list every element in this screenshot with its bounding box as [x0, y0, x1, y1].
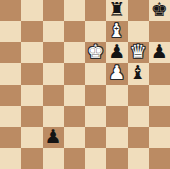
square-a1[interactable]: [0, 148, 21, 169]
black-rook-piece[interactable]: ♜: [108, 0, 125, 19]
black-bishop-piece[interactable]: ♝: [130, 63, 147, 82]
square-g4[interactable]: [128, 85, 149, 106]
square-a6[interactable]: [0, 42, 21, 63]
square-c2[interactable]: ♟: [43, 127, 64, 148]
square-c3[interactable]: [43, 106, 64, 127]
square-e1[interactable]: [85, 148, 106, 169]
square-g3[interactable]: [128, 106, 149, 127]
square-g1[interactable]: [128, 148, 149, 169]
square-h1[interactable]: [149, 148, 170, 169]
square-f1[interactable]: [106, 148, 127, 169]
black-king-piece[interactable]: ♚: [151, 0, 168, 19]
square-a8[interactable]: [0, 0, 21, 21]
square-h8[interactable]: ♚: [149, 0, 170, 21]
square-b4[interactable]: [21, 85, 42, 106]
square-b2[interactable]: [21, 127, 42, 148]
black-pawn-piece[interactable]: ♟: [45, 127, 62, 146]
square-f2[interactable]: [106, 127, 127, 148]
square-e2[interactable]: [85, 127, 106, 148]
square-a3[interactable]: [0, 106, 21, 127]
square-h3[interactable]: [149, 106, 170, 127]
square-h2[interactable]: [149, 127, 170, 148]
square-g7[interactable]: [128, 21, 149, 42]
square-e5[interactable]: [85, 63, 106, 84]
square-d6[interactable]: [64, 42, 85, 63]
square-d8[interactable]: [64, 0, 85, 21]
square-b1[interactable]: [21, 148, 42, 169]
square-g6[interactable]: ♛: [128, 42, 149, 63]
square-c8[interactable]: [43, 0, 64, 21]
square-h7[interactable]: [149, 21, 170, 42]
square-b3[interactable]: [21, 106, 42, 127]
square-c6[interactable]: [43, 42, 64, 63]
square-g8[interactable]: [128, 0, 149, 21]
square-f5[interactable]: ♟: [106, 63, 127, 84]
square-f8[interactable]: ♜: [106, 0, 127, 21]
chess-board: ♜♚♝♚♟♛♟♟♝♟: [0, 0, 170, 169]
square-c4[interactable]: [43, 85, 64, 106]
black-pawn-piece[interactable]: ♟: [151, 42, 168, 61]
white-bishop-piece[interactable]: ♝: [108, 21, 125, 40]
square-f4[interactable]: [106, 85, 127, 106]
square-b5[interactable]: [21, 63, 42, 84]
square-f6[interactable]: ♟: [106, 42, 127, 63]
square-d3[interactable]: [64, 106, 85, 127]
square-g5[interactable]: ♝: [128, 63, 149, 84]
square-e3[interactable]: [85, 106, 106, 127]
square-b6[interactable]: [21, 42, 42, 63]
square-a7[interactable]: [0, 21, 21, 42]
square-a5[interactable]: [0, 63, 21, 84]
square-h4[interactable]: [149, 85, 170, 106]
square-e8[interactable]: [85, 0, 106, 21]
square-g2[interactable]: [128, 127, 149, 148]
square-e6[interactable]: ♚: [85, 42, 106, 63]
square-f7[interactable]: ♝: [106, 21, 127, 42]
square-d4[interactable]: [64, 85, 85, 106]
white-queen-piece[interactable]: ♛: [130, 42, 147, 61]
square-c5[interactable]: [43, 63, 64, 84]
square-a2[interactable]: [0, 127, 21, 148]
square-d7[interactable]: [64, 21, 85, 42]
square-e4[interactable]: [85, 85, 106, 106]
white-pawn-piece[interactable]: ♟: [108, 63, 125, 82]
square-d2[interactable]: [64, 127, 85, 148]
square-b7[interactable]: [21, 21, 42, 42]
square-b8[interactable]: [21, 0, 42, 21]
square-h6[interactable]: ♟: [149, 42, 170, 63]
square-c1[interactable]: [43, 148, 64, 169]
square-c7[interactable]: [43, 21, 64, 42]
square-d1[interactable]: [64, 148, 85, 169]
white-king-piece[interactable]: ♚: [87, 42, 104, 61]
square-d5[interactable]: [64, 63, 85, 84]
square-e7[interactable]: [85, 21, 106, 42]
square-a4[interactable]: [0, 85, 21, 106]
black-pawn-piece[interactable]: ♟: [108, 42, 125, 61]
square-h5[interactable]: [149, 63, 170, 84]
square-f3[interactable]: [106, 106, 127, 127]
